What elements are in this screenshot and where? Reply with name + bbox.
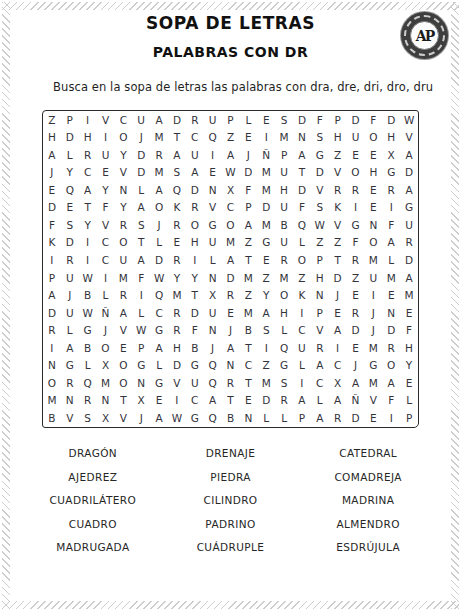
grid-cell[interactable]: I	[382, 409, 400, 427]
grid-cell[interactable]: V	[168, 374, 186, 392]
grid-cell[interactable]: E	[150, 392, 168, 410]
grid-cell[interactable]: U	[293, 339, 311, 357]
grid-cell[interactable]: R	[79, 146, 97, 164]
grid-cell[interactable]: D	[382, 111, 400, 129]
grid-cell[interactable]: D	[293, 111, 311, 129]
grid-cell[interactable]: I	[43, 251, 61, 269]
grid-cell[interactable]: S	[275, 374, 293, 392]
grid-cell[interactable]: Q	[204, 357, 222, 375]
grid-cell[interactable]: N	[239, 409, 257, 427]
grid-cell[interactable]: E	[347, 146, 365, 164]
grid-cell[interactable]: Z	[239, 287, 257, 305]
grid-cell[interactable]: R	[382, 181, 400, 199]
grid-cell[interactable]: K	[43, 234, 61, 252]
grid-cell[interactable]: R	[168, 251, 186, 269]
grid-cell[interactable]: P	[43, 269, 61, 287]
grid-cell[interactable]: I	[204, 146, 222, 164]
grid-cell[interactable]: F	[186, 322, 204, 340]
grid-cell[interactable]: X	[382, 146, 400, 164]
grid-cell[interactable]: A	[79, 181, 97, 199]
grid-cell[interactable]: M	[168, 287, 186, 305]
grid-cell[interactable]: E	[364, 181, 382, 199]
grid-cell[interactable]: I	[257, 339, 275, 357]
grid-cell[interactable]: P	[61, 111, 79, 129]
grid-cell[interactable]: F	[311, 111, 329, 129]
grid-cell[interactable]: Ñ	[347, 392, 365, 410]
grid-cell[interactable]: E	[239, 129, 257, 147]
grid-cell[interactable]: N	[364, 216, 382, 234]
grid-cell[interactable]: L	[239, 111, 257, 129]
grid-cell[interactable]: L	[275, 409, 293, 427]
grid-cell[interactable]: W	[79, 269, 97, 287]
grid-cell[interactable]: U	[186, 146, 204, 164]
grid-cell[interactable]: P	[239, 199, 257, 217]
grid-cell[interactable]: S	[311, 199, 329, 217]
grid-cell[interactable]: J	[364, 322, 382, 340]
grid-cell[interactable]: J	[204, 339, 222, 357]
grid-cell[interactable]: H	[311, 269, 329, 287]
grid-cell[interactable]: J	[132, 129, 150, 147]
grid-cell[interactable]: G	[132, 357, 150, 375]
grid-cell[interactable]: D	[347, 111, 365, 129]
grid-cell[interactable]: Ñ	[257, 146, 275, 164]
grid-cell[interactable]: V	[311, 322, 329, 340]
grid-cell[interactable]: I	[293, 374, 311, 392]
grid-cell[interactable]: V	[204, 199, 222, 217]
grid-cell[interactable]: P	[132, 339, 150, 357]
grid-cell[interactable]: H	[168, 339, 186, 357]
grid-cell[interactable]: R	[61, 251, 79, 269]
grid-cell[interactable]: R	[382, 339, 400, 357]
grid-cell[interactable]: I	[364, 287, 382, 305]
grid-cell[interactable]: S	[311, 129, 329, 147]
grid-cell[interactable]: L	[150, 357, 168, 375]
grid-cell[interactable]: G	[382, 164, 400, 182]
grid-cell[interactable]: Y	[79, 216, 97, 234]
grid-cell[interactable]: E	[382, 287, 400, 305]
grid-cell[interactable]: M	[382, 269, 400, 287]
grid-cell[interactable]: R	[114, 216, 132, 234]
grid-cell[interactable]: R	[347, 181, 365, 199]
grid-cell[interactable]: R	[347, 304, 365, 322]
grid-cell[interactable]: H	[275, 304, 293, 322]
grid-cell[interactable]: X	[132, 392, 150, 410]
grid-cell[interactable]: W	[79, 304, 97, 322]
grid-cell[interactable]: G	[204, 216, 222, 234]
grid-cell[interactable]: R	[275, 251, 293, 269]
grid-cell[interactable]: U	[400, 216, 418, 234]
grid-cell[interactable]: X	[329, 374, 347, 392]
grid-cell[interactable]: Y	[114, 199, 132, 217]
grid-cell[interactable]: I	[257, 129, 275, 147]
grid-cell[interactable]: D	[132, 164, 150, 182]
grid-cell[interactable]: T	[132, 234, 150, 252]
grid-cell[interactable]: Q	[204, 409, 222, 427]
grid-cell[interactable]: A	[311, 357, 329, 375]
grid-cell[interactable]: R	[186, 111, 204, 129]
grid-cell[interactable]: F	[239, 181, 257, 199]
grid-cell[interactable]: J	[222, 322, 240, 340]
grid-cell[interactable]: T	[186, 287, 204, 305]
grid-cell[interactable]: I	[79, 234, 97, 252]
grid-cell[interactable]: U	[61, 269, 79, 287]
grid-cell[interactable]: L	[79, 357, 97, 375]
grid-cell[interactable]: Z	[257, 357, 275, 375]
grid-cell[interactable]: J	[97, 322, 115, 340]
grid-cell[interactable]: J	[150, 216, 168, 234]
grid-cell[interactable]: L	[293, 357, 311, 375]
grid-cell[interactable]: E	[114, 339, 132, 357]
grid-cell[interactable]: I	[97, 269, 115, 287]
grid-cell[interactable]: A	[382, 234, 400, 252]
grid-cell[interactable]: H	[400, 339, 418, 357]
grid-cell[interactable]: R	[329, 409, 347, 427]
grid-cell[interactable]: I	[329, 339, 347, 357]
grid-cell[interactable]: O	[150, 199, 168, 217]
grid-cell[interactable]: R	[186, 199, 204, 217]
grid-cell[interactable]: C	[97, 251, 115, 269]
grid-cell[interactable]: A	[400, 146, 418, 164]
grid-cell[interactable]: D	[382, 322, 400, 340]
grid-cell[interactable]: D	[168, 111, 186, 129]
grid-cell[interactable]: R	[329, 181, 347, 199]
grid-cell[interactable]: O	[293, 251, 311, 269]
grid-cell[interactable]: L	[150, 234, 168, 252]
grid-cell[interactable]: X	[97, 357, 115, 375]
grid-cell[interactable]: P	[311, 251, 329, 269]
grid-cell[interactable]: E	[222, 304, 240, 322]
grid-cell[interactable]: F	[132, 269, 150, 287]
grid-cell[interactable]: M	[239, 269, 257, 287]
grid-cell[interactable]: B	[275, 216, 293, 234]
grid-cell[interactable]: V	[97, 216, 115, 234]
grid-cell[interactable]: L	[61, 322, 79, 340]
grid-cell[interactable]: Y	[97, 181, 115, 199]
grid-cell[interactable]: O	[222, 216, 240, 234]
grid-cell[interactable]: K	[329, 199, 347, 217]
grid-cell[interactable]: A	[150, 339, 168, 357]
grid-cell[interactable]: I	[382, 199, 400, 217]
grid-cell[interactable]: K	[168, 199, 186, 217]
grid-cell[interactable]: E	[97, 164, 115, 182]
grid-cell[interactable]: L	[275, 322, 293, 340]
grid-cell[interactable]: J	[347, 357, 365, 375]
grid-cell[interactable]: V	[329, 164, 347, 182]
grid-cell[interactable]: C	[79, 164, 97, 182]
grid-cell[interactable]: T	[293, 164, 311, 182]
grid-cell[interactable]: Y	[61, 164, 79, 182]
grid-cell[interactable]: A	[114, 304, 132, 322]
grid-cell[interactable]: V	[400, 129, 418, 147]
grid-cell[interactable]: N	[382, 304, 400, 322]
grid-cell[interactable]: O	[275, 287, 293, 305]
grid-cell[interactable]: A	[150, 111, 168, 129]
grid-cell[interactable]: H	[43, 129, 61, 147]
grid-cell[interactable]: A	[222, 146, 240, 164]
grid-cell[interactable]: D	[257, 392, 275, 410]
grid-cell[interactable]: T	[329, 251, 347, 269]
grid-cell[interactable]: A	[329, 322, 347, 340]
grid-cell[interactable]: A	[43, 146, 61, 164]
grid-cell[interactable]: Z	[293, 269, 311, 287]
grid-cell[interactable]: E	[239, 392, 257, 410]
grid-cell[interactable]: H	[79, 129, 97, 147]
grid-cell[interactable]: I	[347, 199, 365, 217]
grid-cell[interactable]: B	[79, 339, 97, 357]
grid-cell[interactable]: Y	[114, 146, 132, 164]
grid-cell[interactable]: G	[79, 322, 97, 340]
grid-cell[interactable]: N	[204, 269, 222, 287]
grid-cell[interactable]: E	[364, 409, 382, 427]
grid-cell[interactable]: F	[43, 216, 61, 234]
grid-cell[interactable]: Z	[257, 269, 275, 287]
grid-cell[interactable]: S	[61, 216, 79, 234]
grid-cell[interactable]: W	[222, 164, 240, 182]
grid-cell[interactable]: M	[257, 216, 275, 234]
grid-cell[interactable]: R	[222, 287, 240, 305]
grid-cell[interactable]: U	[275, 234, 293, 252]
grid-cell[interactable]: G	[150, 374, 168, 392]
grid-cell[interactable]: E	[400, 304, 418, 322]
grid-cell[interactable]: D	[400, 251, 418, 269]
grid-cell[interactable]: I	[79, 111, 97, 129]
grid-cell[interactable]: G	[311, 146, 329, 164]
grid-cell[interactable]: N	[204, 322, 222, 340]
grid-cell[interactable]: V	[329, 216, 347, 234]
grid-cell[interactable]: G	[257, 234, 275, 252]
grid-cell[interactable]: Y	[186, 269, 204, 287]
grid-cell[interactable]: J	[43, 164, 61, 182]
grid-cell[interactable]: X	[97, 409, 115, 427]
grid-cell[interactable]: N	[293, 129, 311, 147]
grid-cell[interactable]: O	[97, 339, 115, 357]
grid-cell[interactable]: D	[43, 304, 61, 322]
grid-cell[interactable]: U	[204, 234, 222, 252]
grid-cell[interactable]: U	[275, 199, 293, 217]
grid-cell[interactable]: T	[79, 199, 97, 217]
grid-cell[interactable]: Z	[239, 234, 257, 252]
grid-cell[interactable]: W	[132, 322, 150, 340]
grid-cell[interactable]: M	[400, 287, 418, 305]
grid-cell[interactable]: E	[257, 251, 275, 269]
grid-cell[interactable]: G	[347, 216, 365, 234]
grid-cell[interactable]: T	[239, 251, 257, 269]
grid-cell[interactable]: A	[132, 199, 150, 217]
grid-cell[interactable]: M	[97, 374, 115, 392]
grid-cell[interactable]: A	[168, 146, 186, 164]
grid-cell[interactable]: M	[150, 164, 168, 182]
grid-cell[interactable]: A	[382, 374, 400, 392]
grid-cell[interactable]: A	[186, 164, 204, 182]
grid-cell[interactable]: M	[364, 339, 382, 357]
grid-cell[interactable]: T	[168, 129, 186, 147]
grid-cell[interactable]: Y	[400, 357, 418, 375]
grid-cell[interactable]: A	[61, 339, 79, 357]
grid-cell[interactable]: E	[347, 287, 365, 305]
grid-cell[interactable]: R	[347, 251, 365, 269]
grid-cell[interactable]: N	[204, 181, 222, 199]
grid-cell[interactable]: S	[257, 322, 275, 340]
grid-cell[interactable]: G	[61, 357, 79, 375]
grid-cell[interactable]: C	[311, 374, 329, 392]
grid-cell[interactable]: L	[257, 409, 275, 427]
grid-cell[interactable]: Z	[329, 234, 347, 252]
grid-cell[interactable]: C	[222, 199, 240, 217]
grid-cell[interactable]: O	[114, 374, 132, 392]
grid-cell[interactable]: M	[364, 374, 382, 392]
grid-cell[interactable]: D	[400, 164, 418, 182]
grid-cell[interactable]: F	[400, 322, 418, 340]
grid-cell[interactable]: O	[186, 216, 204, 234]
grid-cell[interactable]: X	[222, 181, 240, 199]
grid-cell[interactable]: O	[382, 357, 400, 375]
grid-cell[interactable]: Q	[150, 287, 168, 305]
grid-cell[interactable]: A	[293, 392, 311, 410]
grid-cell[interactable]: G	[186, 409, 204, 427]
grid-cell[interactable]: Q	[204, 374, 222, 392]
grid-cell[interactable]: L	[204, 251, 222, 269]
grid-cell[interactable]: R	[168, 216, 186, 234]
grid-cell[interactable]: F	[347, 234, 365, 252]
grid-cell[interactable]: R	[150, 146, 168, 164]
grid-cell[interactable]: U	[97, 146, 115, 164]
grid-cell[interactable]: H	[329, 129, 347, 147]
grid-cell[interactable]: E	[43, 181, 61, 199]
grid-cell[interactable]: I	[168, 392, 186, 410]
grid-cell[interactable]: C	[329, 357, 347, 375]
grid-cell[interactable]: U	[364, 269, 382, 287]
grid-cell[interactable]: M	[239, 304, 257, 322]
grid-cell[interactable]: O	[364, 234, 382, 252]
grid-cell[interactable]: E	[204, 164, 222, 182]
grid-cell[interactable]: I	[79, 251, 97, 269]
grid-cell[interactable]: D	[61, 129, 79, 147]
grid-cell[interactable]: E	[61, 199, 79, 217]
grid-cell[interactable]: O	[114, 129, 132, 147]
grid-cell[interactable]: N	[222, 357, 240, 375]
grid-cell[interactable]: R	[222, 374, 240, 392]
grid-cell[interactable]: O	[364, 129, 382, 147]
grid-cell[interactable]: C	[293, 322, 311, 340]
grid-cell[interactable]: U	[61, 304, 79, 322]
grid-cell[interactable]: N	[43, 357, 61, 375]
grid-cell[interactable]: N	[61, 392, 79, 410]
grid-cell[interactable]: C	[150, 304, 168, 322]
grid-cell[interactable]: M	[364, 251, 382, 269]
grid-cell[interactable]: L	[293, 234, 311, 252]
grid-cell[interactable]: O	[114, 357, 132, 375]
grid-cell[interactable]: C	[97, 234, 115, 252]
grid-cell[interactable]: R	[168, 322, 186, 340]
grid-cell[interactable]: Ñ	[97, 304, 115, 322]
grid-cell[interactable]: D	[186, 304, 204, 322]
grid-cell[interactable]: M	[150, 129, 168, 147]
grid-cell[interactable]: P	[293, 409, 311, 427]
grid-cell[interactable]: U	[204, 304, 222, 322]
grid-cell[interactable]: E	[257, 111, 275, 129]
grid-cell[interactable]: A	[204, 392, 222, 410]
grid-cell[interactable]: H	[275, 181, 293, 199]
grid-cell[interactable]: A	[400, 269, 418, 287]
grid-cell[interactable]: L	[400, 392, 418, 410]
grid-cell[interactable]: D	[168, 357, 186, 375]
grid-cell[interactable]: J	[61, 287, 79, 305]
grid-cell[interactable]: D	[293, 181, 311, 199]
grid-cell[interactable]: E	[347, 339, 365, 357]
grid-cell[interactable]: W	[311, 216, 329, 234]
grid-cell[interactable]: B	[79, 287, 97, 305]
grid-cell[interactable]: Q	[79, 374, 97, 392]
grid-cell[interactable]: M	[114, 269, 132, 287]
grid-cell[interactable]: G	[275, 357, 293, 375]
grid-cell[interactable]: R	[168, 304, 186, 322]
grid-cell[interactable]: P	[311, 304, 329, 322]
grid-cell[interactable]: I	[97, 129, 115, 147]
grid-cell[interactable]: P	[329, 111, 347, 129]
grid-cell[interactable]: U	[347, 129, 365, 147]
grid-cell[interactable]: B	[222, 409, 240, 427]
grid-cell[interactable]: A	[293, 146, 311, 164]
grid-cell[interactable]: A	[347, 374, 365, 392]
grid-cell[interactable]: U	[132, 111, 150, 129]
grid-cell[interactable]: O	[43, 374, 61, 392]
grid-cell[interactable]: P	[222, 111, 240, 129]
grid-cell[interactable]: J	[364, 304, 382, 322]
grid-cell[interactable]: Z	[311, 234, 329, 252]
grid-cell[interactable]: R	[61, 374, 79, 392]
grid-cell[interactable]: B	[186, 339, 204, 357]
grid-cell[interactable]: D	[257, 199, 275, 217]
grid-cell[interactable]: Q	[293, 216, 311, 234]
grid-cell[interactable]: F	[382, 392, 400, 410]
grid-cell[interactable]: G	[364, 357, 382, 375]
grid-cell[interactable]: V	[114, 322, 132, 340]
grid-cell[interactable]: G	[186, 357, 204, 375]
grid-cell[interactable]: H	[364, 164, 382, 182]
grid-cell[interactable]: Q	[61, 181, 79, 199]
grid-cell[interactable]: V	[114, 164, 132, 182]
grid-cell[interactable]: T	[222, 392, 240, 410]
grid-cell[interactable]: H	[186, 234, 204, 252]
grid-cell[interactable]: L	[132, 181, 150, 199]
grid-cell[interactable]: I	[43, 339, 61, 357]
grid-cell[interactable]: E	[168, 234, 186, 252]
grid-cell[interactable]: T	[114, 392, 132, 410]
grid-cell[interactable]: Z	[43, 111, 61, 129]
grid-cell[interactable]: D	[150, 251, 168, 269]
grid-cell[interactable]: I	[132, 287, 150, 305]
grid-cell[interactable]: P	[275, 146, 293, 164]
grid-cell[interactable]: C	[186, 392, 204, 410]
grid-cell[interactable]: N	[311, 287, 329, 305]
grid-cell[interactable]: M	[257, 181, 275, 199]
grid-cell[interactable]: S	[275, 111, 293, 129]
grid-cell[interactable]: G	[400, 199, 418, 217]
grid-cell[interactable]: Q	[168, 181, 186, 199]
grid-cell[interactable]: C	[186, 129, 204, 147]
grid-cell[interactable]: F	[364, 111, 382, 129]
grid-cell[interactable]: M	[275, 269, 293, 287]
grid-cell[interactable]: A	[150, 409, 168, 427]
grid-cell[interactable]: D	[347, 409, 365, 427]
grid-cell[interactable]: A	[43, 287, 61, 305]
grid-cell[interactable]: D	[132, 146, 150, 164]
grid-cell[interactable]: M	[275, 129, 293, 147]
grid-cell[interactable]: T	[239, 374, 257, 392]
grid-cell[interactable]: F	[382, 216, 400, 234]
grid-cell[interactable]: A	[329, 392, 347, 410]
grid-cell[interactable]: R	[114, 287, 132, 305]
